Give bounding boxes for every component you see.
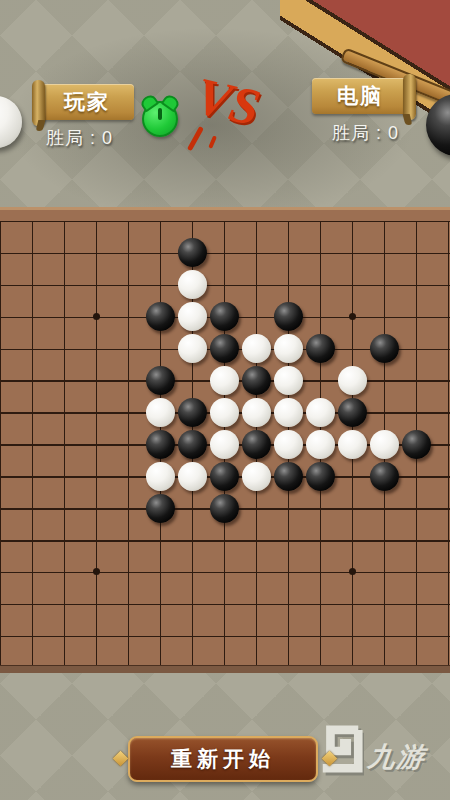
white-stone: [178, 462, 207, 491]
black-stone: [146, 494, 175, 523]
computer-name-label: 电脑: [337, 82, 383, 110]
white-stone: [274, 334, 303, 363]
computer-name-banner: 电脑: [312, 78, 408, 114]
star-point: [349, 313, 356, 320]
black-stone: [274, 462, 303, 491]
white-stone: [146, 462, 175, 491]
black-stone: [178, 398, 207, 427]
black-stone: [338, 398, 367, 427]
white-stone: [242, 462, 271, 491]
black-stone: [210, 494, 239, 523]
white-stone: [178, 334, 207, 363]
white-stone: [306, 430, 335, 459]
black-stone: [274, 302, 303, 331]
computer-wins-label: 胜局 : 0: [332, 121, 399, 145]
black-stone: [146, 302, 175, 331]
white-stone: [178, 302, 207, 331]
black-stone: [402, 430, 431, 459]
black-stone: [242, 366, 271, 395]
black-stone: [370, 462, 399, 491]
black-stone: [210, 334, 239, 363]
white-stone: [370, 430, 399, 459]
white-stone: [274, 366, 303, 395]
white-stone: [338, 366, 367, 395]
vs-graphic: VS: [191, 70, 265, 135]
white-stone: [274, 398, 303, 427]
star-point: [349, 568, 356, 575]
timer-icon: [142, 101, 178, 137]
button-ornament-left: [113, 751, 129, 767]
board-grid: [0, 221, 450, 669]
player-name-banner: 玩家: [40, 84, 134, 120]
black-stone: [210, 302, 239, 331]
restart-button-label: 重新开始: [171, 745, 275, 773]
black-stone: [370, 334, 399, 363]
gomoku-game-screen: 玩家 胜局 : 0 VS 电脑 胜局 : 0 重新开始 九游: [0, 0, 450, 800]
black-stone: [178, 430, 207, 459]
black-stone: [210, 462, 239, 491]
black-stone: [146, 430, 175, 459]
white-stone: [146, 398, 175, 427]
nine-game-logo-text: 九游: [366, 739, 428, 775]
white-stone: [306, 398, 335, 427]
player-name-label: 玩家: [64, 88, 110, 116]
black-stone: [178, 238, 207, 267]
white-stone: [178, 270, 207, 299]
white-stone: [274, 430, 303, 459]
black-stone: [146, 366, 175, 395]
star-point: [93, 568, 100, 575]
star-point: [93, 313, 100, 320]
white-stone: [210, 366, 239, 395]
white-stone: [242, 398, 271, 427]
player-wins-label: 胜局 : 0: [46, 126, 113, 150]
clock-hand: [158, 108, 162, 120]
black-stone: [306, 462, 335, 491]
nine-game-logo: 九游: [318, 721, 446, 779]
nine-game-logo-glyph: [318, 723, 364, 777]
black-stone: [306, 334, 335, 363]
restart-button[interactable]: 重新开始: [128, 736, 318, 782]
black-stone: [242, 430, 271, 459]
white-stone: [210, 430, 239, 459]
white-stone: [338, 430, 367, 459]
white-stone: [210, 398, 239, 427]
gomoku-board[interactable]: [0, 207, 450, 673]
white-stone: [242, 334, 271, 363]
